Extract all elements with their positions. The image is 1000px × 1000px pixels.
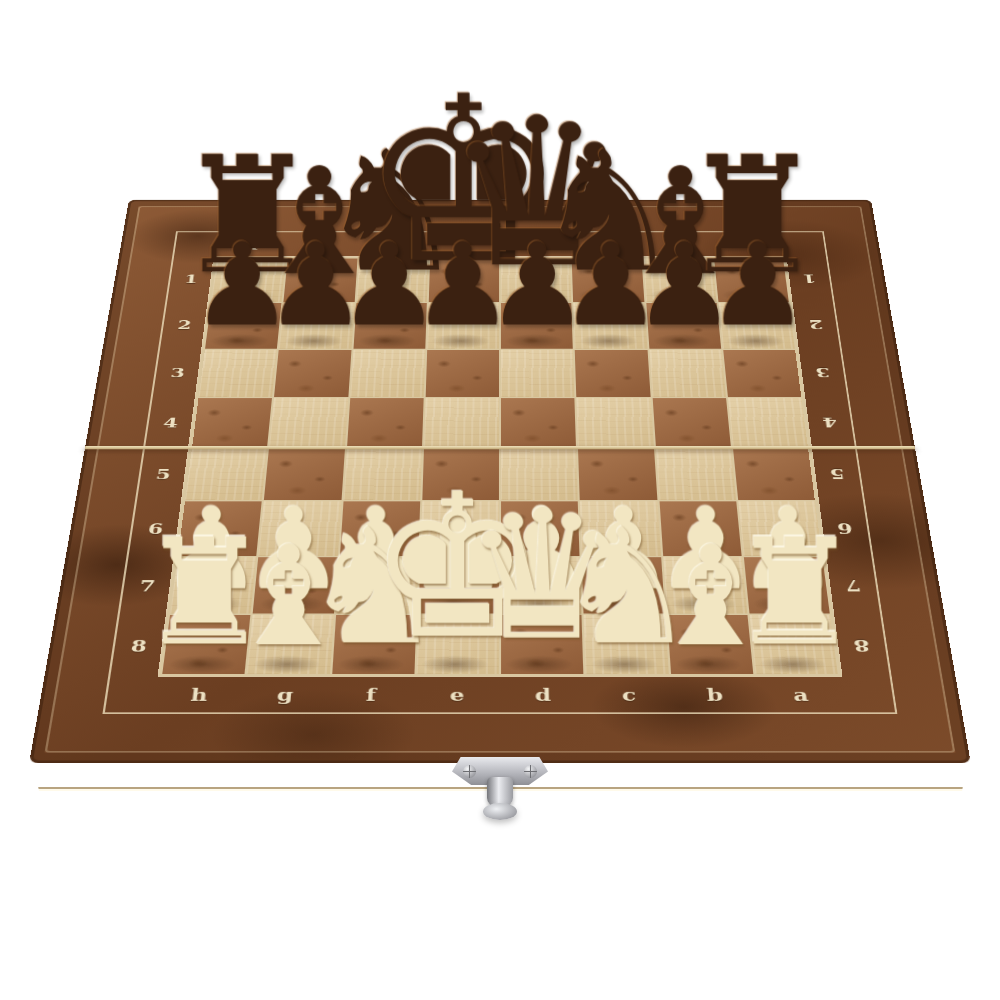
file-label-top-b: b (670, 239, 684, 251)
piece-shadow (424, 596, 489, 613)
piece-shadow (507, 655, 573, 673)
square-c7: ♟ (582, 557, 664, 613)
piece-shadow (726, 334, 785, 348)
screw-icon (463, 765, 476, 778)
square-e4 (424, 398, 499, 447)
square-a3 (723, 350, 801, 397)
piece-shadow (259, 596, 325, 613)
file-label-bottom-f: f (366, 686, 377, 703)
piece-shadow (361, 288, 418, 301)
file-label-bottom-b: b (706, 686, 724, 703)
square-b7: ♟ (663, 557, 747, 613)
square-h7: ♟ (170, 557, 256, 613)
rank-label-left-1: 1 (183, 273, 198, 285)
piece-shadow (358, 334, 416, 348)
square-g4 (269, 398, 348, 447)
square-d5 (501, 449, 578, 500)
square-f8: ♞ (332, 615, 416, 674)
square-e7: ♟ (418, 557, 499, 613)
square-g7: ♟ (253, 557, 337, 613)
piece-shadow (506, 288, 562, 301)
square-c8: ♞ (584, 615, 668, 674)
rank-label-right-5: 5 (828, 467, 845, 481)
piece-shadow (337, 655, 404, 673)
square-h5 (185, 449, 267, 500)
square-f5 (343, 449, 422, 500)
square-f7: ♟ (336, 557, 418, 613)
clasp-knob-cap (483, 803, 517, 820)
rank-label-left-5: 5 (155, 467, 172, 481)
piece-shadow (210, 334, 269, 348)
square-b3 (649, 350, 726, 397)
file-label-bottom-h: h (190, 686, 209, 703)
piece-shadow (432, 334, 490, 348)
square-e5 (422, 449, 499, 500)
square-b4 (652, 398, 731, 447)
screw-icon (524, 765, 537, 778)
square-h4 (192, 398, 272, 447)
piece-shadow (168, 655, 236, 673)
rank-label-left-8: 8 (130, 637, 148, 654)
file-label-top-f: f (389, 239, 398, 251)
rank-label-right-3: 3 (814, 366, 830, 379)
piece-shadow (675, 655, 742, 673)
piece-shadow (650, 288, 707, 301)
square-f4 (347, 398, 424, 447)
file-label-top-d: d (529, 239, 543, 251)
piece-shadow (289, 288, 346, 301)
rank-label-right-8: 8 (852, 637, 870, 654)
rank-label-right-2: 2 (808, 318, 824, 331)
piece-shadow (422, 655, 488, 673)
piece-shadow (506, 334, 564, 348)
piece-shadow (433, 288, 489, 301)
square-g3 (274, 350, 351, 397)
rank-label-right-4: 4 (821, 415, 837, 429)
square-e8: ♚ (416, 615, 499, 674)
piece-shadow (759, 655, 827, 673)
square-d2: ♟ (501, 303, 573, 348)
file-label-bottom-c: c (621, 686, 636, 703)
product-photo: 12345678 12345678 hgfedcba hgfedcba ♜♝♞♚… (0, 0, 1000, 1000)
file-label-top-a: a (742, 239, 756, 251)
piece-shadow (671, 596, 737, 613)
square-a2: ♟ (718, 303, 795, 348)
square-c3 (575, 350, 650, 397)
square-d4 (501, 398, 576, 447)
square-b2: ♟ (646, 303, 721, 348)
rank-label-right-7: 7 (844, 578, 862, 594)
file-label-top-c: c (600, 239, 612, 251)
playing-area: ♜♝♞♚♛♞♝♜♟♟♟♟♟♟♟♟♟♟♟♟♟♟♟♟♜♝♞♚♛♞♝♜ (159, 257, 842, 677)
piece-shadow (578, 288, 635, 301)
square-g8: ♝ (247, 615, 333, 674)
square-c4 (577, 398, 654, 447)
rank-label-left-7: 7 (139, 578, 157, 594)
square-h8: ♜ (162, 615, 250, 674)
square-g5 (264, 449, 344, 500)
file-label-top-h: h (244, 239, 259, 251)
chess-board: 12345678 12345678 hgfedcba hgfedcba ♜♝♞♚… (29, 200, 971, 763)
piece-shadow (722, 288, 780, 301)
square-a7: ♟ (744, 557, 830, 613)
square-a8: ♜ (749, 615, 837, 674)
square-e3 (425, 350, 499, 397)
square-e2: ♟ (427, 303, 499, 348)
piece-shadow (653, 334, 712, 348)
file-label-top-g: g (315, 239, 329, 251)
square-h2: ♟ (205, 303, 282, 348)
file-label-bottom-g: g (276, 686, 294, 703)
rank-label-left-4: 4 (162, 415, 178, 429)
square-d8: ♛ (501, 615, 584, 674)
board-grid: ♜♝♞♚♛♞♝♜♟♟♟♟♟♟♟♟♟♟♟♟♟♟♟♟♜♝♞♚♛♞♝♜ (162, 259, 837, 674)
piece-shadow (216, 288, 274, 301)
rank-label-left-3: 3 (170, 366, 186, 379)
piece-shadow (284, 334, 343, 348)
piece-shadow (753, 596, 819, 613)
square-b8: ♝ (667, 615, 753, 674)
square-b5 (656, 449, 736, 500)
piece-shadow (591, 655, 658, 673)
metal-clasp (452, 757, 548, 835)
square-c2: ♟ (573, 303, 647, 348)
square-d7: ♟ (501, 557, 582, 613)
piece-shadow (176, 596, 242, 613)
square-a5 (733, 449, 815, 500)
square-f3 (350, 350, 425, 397)
file-label-bottom-e: e (449, 686, 464, 703)
piece-shadow (579, 334, 637, 348)
piece-shadow (341, 596, 406, 613)
file-labels-bottom: hgfedcba (154, 676, 846, 712)
piece-shadow (507, 596, 571, 613)
file-labels-top: hgfedcba (214, 232, 785, 257)
piece-shadow (253, 655, 320, 673)
file-label-top-e: e (458, 239, 470, 251)
square-c5 (578, 449, 657, 500)
piece-shadow (589, 596, 654, 613)
square-d3 (501, 350, 575, 397)
square-f2: ♟ (353, 303, 427, 348)
rank-label-left-2: 2 (177, 318, 193, 331)
rank-label-right-1: 1 (801, 273, 816, 285)
square-h3 (199, 350, 277, 397)
file-label-bottom-d: d (535, 686, 552, 703)
square-g2: ♟ (279, 303, 354, 348)
file-label-bottom-a: a (792, 686, 809, 703)
square-a4 (728, 398, 808, 447)
